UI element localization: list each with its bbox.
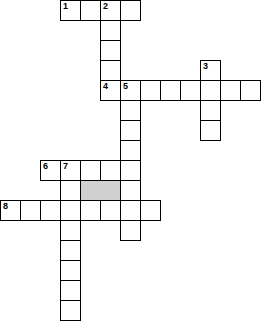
crossword-cell[interactable] <box>240 80 261 101</box>
crossword-cell[interactable] <box>60 300 81 321</box>
crossword-cell[interactable] <box>100 40 121 61</box>
crossword-cell[interactable]: 8 <box>0 200 21 221</box>
crossword-cell[interactable] <box>20 200 41 221</box>
clue-number: 8 <box>3 201 8 211</box>
crossword-cell[interactable] <box>100 160 121 181</box>
clue-number: 3 <box>203 61 208 71</box>
crossword-cell[interactable] <box>140 80 161 101</box>
crossword-cell[interactable] <box>120 180 141 201</box>
crossword-cell[interactable] <box>120 160 141 181</box>
clue-number: 6 <box>43 161 48 171</box>
crossword-cell[interactable]: 4 <box>100 80 121 101</box>
crossword-cell[interactable] <box>120 140 141 161</box>
crossword-cell[interactable] <box>180 80 201 101</box>
crossword-cell[interactable] <box>160 80 181 101</box>
crossword-cell[interactable] <box>120 100 141 121</box>
clue-number: 2 <box>103 1 108 11</box>
crossword-cell[interactable] <box>60 240 81 261</box>
crossword-cell[interactable] <box>120 220 141 241</box>
crossword-cell[interactable] <box>60 260 81 281</box>
crossword-cell[interactable] <box>200 100 221 121</box>
crossword-cell[interactable] <box>120 0 141 21</box>
crossword-cell[interactable]: 7 <box>60 160 81 181</box>
crossword-cell[interactable]: 2 <box>100 0 121 21</box>
crossword-cell[interactable] <box>60 280 81 301</box>
crossword-cell[interactable] <box>200 80 221 101</box>
crossword-cell[interactable] <box>80 160 101 181</box>
shaded-block <box>80 180 121 201</box>
crossword-cell[interactable] <box>200 120 221 141</box>
crossword-cell[interactable] <box>100 200 121 221</box>
clue-number: 5 <box>123 81 128 91</box>
clue-number: 1 <box>63 1 68 11</box>
crossword-cell[interactable] <box>60 200 81 221</box>
crossword-cell[interactable]: 3 <box>200 60 221 81</box>
crossword-cell[interactable] <box>100 20 121 41</box>
crossword-cell[interactable] <box>100 60 121 81</box>
crossword-board: 12345678 <box>0 0 261 321</box>
crossword-cell[interactable] <box>120 120 141 141</box>
crossword-cell[interactable] <box>60 180 81 201</box>
crossword-cell[interactable] <box>80 0 101 21</box>
crossword-cell[interactable] <box>80 200 101 221</box>
crossword-cell[interactable]: 6 <box>40 160 61 181</box>
clue-number: 4 <box>103 81 108 91</box>
crossword-cell[interactable] <box>120 200 141 221</box>
crossword-cell[interactable] <box>40 200 61 221</box>
crossword-cell[interactable]: 5 <box>120 80 141 101</box>
crossword-cell[interactable] <box>220 80 241 101</box>
crossword-cell[interactable]: 1 <box>60 0 81 21</box>
crossword-cell[interactable] <box>140 200 161 221</box>
clue-number: 7 <box>63 161 68 171</box>
crossword-cell[interactable] <box>60 220 81 241</box>
